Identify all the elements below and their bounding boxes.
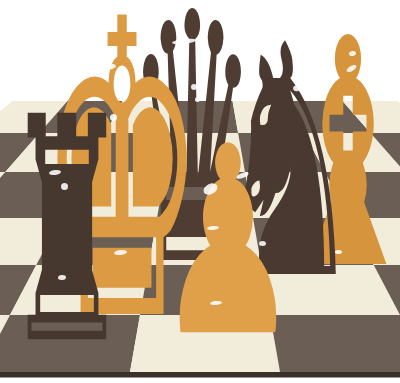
piece-light-pawn: ♟ <box>156 141 301 344</box>
piece-dark-rook: ♜ <box>4 111 129 353</box>
chess-illustration: ♛♝♚♞♜♟ <box>0 0 400 383</box>
